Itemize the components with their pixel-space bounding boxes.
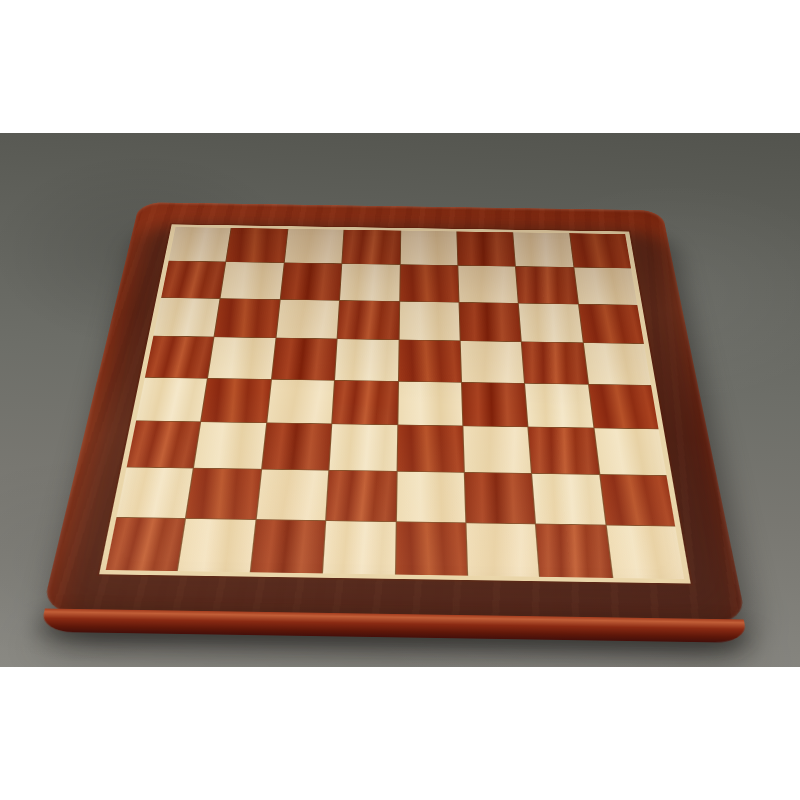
square-c1 [251,520,326,574]
square-g4 [525,383,593,427]
square-e4 [398,381,462,425]
maple-inlay-line [99,224,691,583]
square-c4 [267,379,334,423]
square-b8 [227,228,288,263]
square-h7 [574,268,637,305]
square-f4 [462,382,528,426]
square-e2 [396,472,465,522]
square-e8 [400,231,457,266]
square-d1 [323,521,395,575]
chessboard [42,202,747,622]
square-f3 [463,426,531,473]
square-e7 [400,265,459,302]
square-d7 [340,264,399,301]
square-b1 [178,519,255,573]
square-f8 [457,231,515,266]
square-g1 [536,524,611,578]
square-d2 [326,471,396,521]
square-d3 [330,424,397,471]
square-b4 [202,378,271,422]
square-f5 [461,341,525,382]
square-a6 [153,298,219,337]
square-a7 [161,261,225,298]
square-a3 [127,421,201,468]
board-field [106,227,684,579]
square-c2 [256,470,328,520]
square-d5 [335,339,398,380]
square-c8 [284,229,343,264]
square-b2 [187,469,261,519]
square-c5 [272,338,337,379]
square-b5 [208,337,275,378]
square-d6 [338,301,399,340]
square-c7 [281,263,342,300]
square-g7 [516,267,577,304]
square-e3 [397,425,464,472]
square-f6 [459,302,521,341]
square-c6 [276,300,339,339]
square-g6 [519,303,582,342]
square-a5 [145,336,214,377]
photo-background [0,133,800,667]
square-h8 [570,233,631,268]
square-b3 [194,422,266,469]
square-a2 [117,468,194,518]
square-h1 [606,525,684,579]
square-h2 [600,475,675,525]
square-a4 [136,377,207,421]
square-e5 [399,340,461,381]
square-d8 [342,230,400,265]
square-e1 [396,522,467,576]
square-h3 [594,428,666,475]
square-h6 [579,304,644,343]
square-b6 [215,299,280,338]
square-d4 [332,380,397,424]
square-b7 [221,262,284,299]
square-a8 [169,227,231,262]
square-g3 [529,427,599,474]
square-h4 [589,384,659,428]
board-scene [93,133,702,667]
square-c3 [262,423,331,470]
square-f1 [466,523,539,577]
square-e6 [399,302,459,341]
square-f2 [465,473,535,523]
square-f7 [458,266,518,303]
square-g2 [532,474,605,524]
square-h5 [583,343,650,385]
square-g8 [513,232,573,267]
square-a1 [106,517,186,571]
square-g5 [522,342,588,384]
